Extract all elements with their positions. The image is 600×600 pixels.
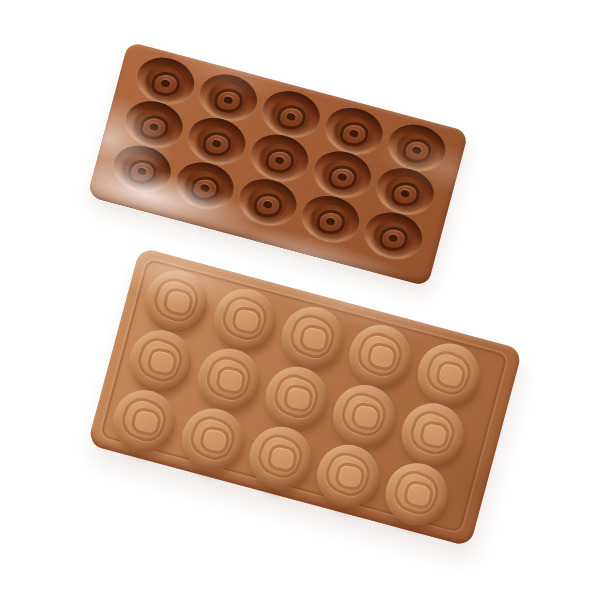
rose-mold-back-side: [87, 247, 522, 547]
rose-relief: [255, 139, 302, 181]
rose-relief: [330, 112, 377, 154]
rose-relief: [267, 95, 314, 137]
rose-relief: [118, 150, 165, 192]
dome-grid: [87, 247, 522, 547]
rose-relief: [306, 200, 353, 242]
rose-relief: [204, 79, 251, 121]
rose-relief: [318, 156, 365, 198]
rose-relief: [193, 123, 240, 165]
rose-relief: [381, 173, 428, 215]
product-photo: [0, 0, 600, 600]
rose-relief: [130, 106, 177, 148]
rose-relief: [142, 62, 189, 104]
rose-relief: [244, 183, 291, 225]
rose-relief: [181, 166, 228, 208]
rose-relief: [392, 129, 439, 171]
rose-relief: [369, 216, 416, 258]
